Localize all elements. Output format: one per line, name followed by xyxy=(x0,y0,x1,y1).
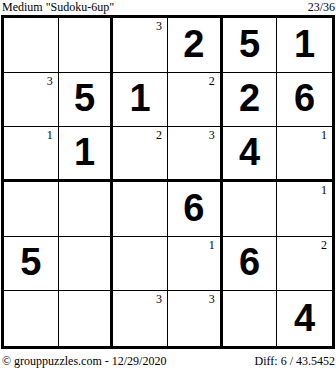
pencil-mark: 3 xyxy=(156,293,162,305)
cell-r3c1[interactable]: 1 xyxy=(4,127,59,182)
cell-r1c2[interactable] xyxy=(59,18,114,73)
puzzle-title: Medium "Sudoku-6up" xyxy=(2,0,114,14)
given-digit: 1 xyxy=(130,79,151,117)
given-digit: 4 xyxy=(294,299,315,337)
cell-r3c4[interactable]: 3 xyxy=(168,127,223,182)
cell-r2c6[interactable]: 6 xyxy=(277,73,332,128)
cell-r4c2[interactable] xyxy=(59,182,114,237)
cell-r6c4[interactable]: 3 xyxy=(168,291,223,346)
cell-r2c1[interactable]: 3 xyxy=(4,73,59,128)
cell-r1c5[interactable]: 5 xyxy=(223,18,278,73)
cell-r6c2[interactable] xyxy=(59,291,114,346)
pencil-mark: 1 xyxy=(321,184,327,196)
pencil-mark: 1 xyxy=(47,129,53,141)
difficulty-text: Diff: 6 / 43.5452 xyxy=(255,354,335,368)
cell-r4c3[interactable] xyxy=(113,182,168,237)
pencil-mark: 1 xyxy=(321,129,327,141)
pencil-mark: 3 xyxy=(209,129,215,141)
cell-r5c3[interactable] xyxy=(113,237,168,292)
cell-r2c3[interactable]: 1 xyxy=(113,73,168,128)
cell-r4c5[interactable] xyxy=(223,182,278,237)
cell-r4c6[interactable]: 1 xyxy=(277,182,332,237)
cell-r3c2[interactable]: 1 xyxy=(59,127,114,182)
cell-r1c3[interactable]: 3 xyxy=(113,18,168,73)
cell-r5c1[interactable]: 5 xyxy=(4,237,59,292)
given-digit: 5 xyxy=(239,25,260,63)
cell-r5c5[interactable]: 6 xyxy=(223,237,278,292)
cell-r3c3[interactable]: 2 xyxy=(113,127,168,182)
given-digit: 4 xyxy=(239,133,260,171)
pencil-mark: 2 xyxy=(156,129,162,141)
progress-counter: 23/36 xyxy=(308,0,335,14)
cell-r6c5[interactable] xyxy=(223,291,278,346)
pencil-mark: 3 xyxy=(209,293,215,305)
cell-r3c6[interactable]: 1 xyxy=(277,127,332,182)
given-digit: 5 xyxy=(20,243,41,281)
cell-r2c4[interactable]: 2 xyxy=(168,73,223,128)
pencil-mark: 3 xyxy=(156,20,162,32)
given-digit: 1 xyxy=(294,25,315,63)
given-digit: 6 xyxy=(294,79,315,117)
cell-r5c4[interactable]: 1 xyxy=(168,237,223,292)
cell-r3c5[interactable]: 4 xyxy=(223,127,278,182)
given-digit: 2 xyxy=(183,25,204,63)
cell-r6c3[interactable]: 3 xyxy=(113,291,168,346)
given-digit: 6 xyxy=(183,189,204,227)
cell-r2c2[interactable]: 5 xyxy=(59,73,114,128)
copyright-text: © grouppuzzles.com - 12/29/2020 xyxy=(2,354,166,368)
pencil-mark: 2 xyxy=(321,239,327,251)
cell-r1c4[interactable]: 2 xyxy=(168,18,223,73)
header: Medium "Sudoku-6up" 23/36 xyxy=(2,0,335,14)
pencil-mark: 1 xyxy=(209,239,215,251)
puzzle-page: Medium "Sudoku-6up" 23/36 32513512261123… xyxy=(0,0,336,370)
cell-r6c6[interactable]: 4 xyxy=(277,291,332,346)
board: 3251351226112341615162334 xyxy=(1,15,335,349)
footer: © grouppuzzles.com - 12/29/2020 Diff: 6 … xyxy=(2,354,335,368)
pencil-mark: 2 xyxy=(209,75,215,87)
pencil-mark: 3 xyxy=(47,75,53,87)
given-digit: 5 xyxy=(74,79,95,117)
cell-r2c5[interactable]: 2 xyxy=(223,73,278,128)
cell-r1c6[interactable]: 1 xyxy=(277,18,332,73)
cell-r5c2[interactable] xyxy=(59,237,114,292)
given-digit: 1 xyxy=(74,133,95,171)
cell-r6c1[interactable] xyxy=(4,291,59,346)
given-digit: 6 xyxy=(239,243,260,281)
cell-r5c6[interactable]: 2 xyxy=(277,237,332,292)
given-digit: 2 xyxy=(239,79,260,117)
cell-r1c1[interactable] xyxy=(4,18,59,73)
cell-r4c1[interactable] xyxy=(4,182,59,237)
cell-r4c4[interactable]: 6 xyxy=(168,182,223,237)
